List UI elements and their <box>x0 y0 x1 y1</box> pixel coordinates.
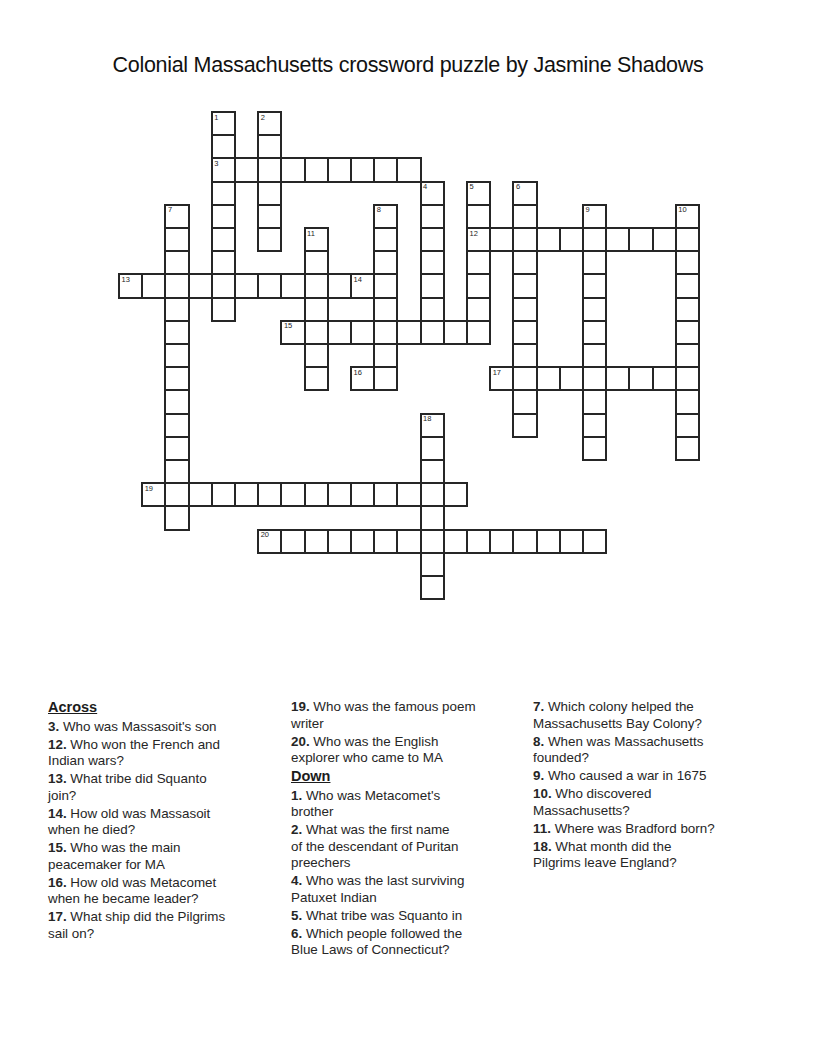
clue-number: 20. <box>291 734 310 749</box>
grid-cell[interactable] <box>675 413 700 438</box>
grid-cell[interactable] <box>536 529 561 554</box>
cell-number: 6 <box>516 183 520 191</box>
clue-d9: 9. Who caused a war in 1675 <box>533 768 771 785</box>
grid-cell[interactable] <box>211 181 236 206</box>
clue-d8: 8. When was Massachusetts founded? <box>533 734 771 767</box>
grid-cell[interactable] <box>211 227 236 252</box>
grid-cell[interactable] <box>512 366 537 391</box>
clue-text: Where was Bradford born? <box>555 821 715 836</box>
clue-a20: 20. Who was the English explorer who cam… <box>291 734 529 767</box>
clue-number: 1. <box>291 788 302 803</box>
grid-cell[interactable] <box>489 227 514 252</box>
grid-cell[interactable] <box>420 320 445 345</box>
grid-cell[interactable] <box>164 436 189 461</box>
grid-cell[interactable] <box>304 320 329 345</box>
clue-a16: 16. How old was Metacomet when he became… <box>48 875 286 908</box>
grid-cell[interactable] <box>280 157 305 182</box>
grid-cell[interactable] <box>443 529 468 554</box>
grid-cell[interactable] <box>141 273 166 298</box>
grid-cell[interactable] <box>512 413 537 438</box>
clue-text: Which colony helped the Massachusetts Ba… <box>533 699 702 731</box>
clue-number: 15. <box>48 840 67 855</box>
grid-cell[interactable] <box>512 343 537 368</box>
clue-number: 11. <box>533 821 551 836</box>
clue-text: When was Massachusetts founded? <box>533 734 703 766</box>
clue-number: 6. <box>291 926 302 941</box>
grid-cell[interactable] <box>396 320 421 345</box>
grid-cell[interactable] <box>327 529 352 554</box>
grid-cell[interactable] <box>211 482 236 507</box>
grid-cell[interactable] <box>582 297 607 322</box>
cell-number: 2 <box>261 114 265 122</box>
cell-number: 1 <box>214 114 218 122</box>
clue-number: 12. <box>48 737 67 752</box>
clue-d5: 5. What tribe was Squanto in <box>291 908 529 925</box>
grid-cell[interactable] <box>188 273 213 298</box>
grid-cell[interactable] <box>257 157 282 182</box>
grid-cell[interactable] <box>164 413 189 438</box>
grid-cell[interactable] <box>257 482 282 507</box>
grid-cell[interactable] <box>512 297 537 322</box>
cell-number: 5 <box>470 183 474 191</box>
grid-cell[interactable] <box>512 204 537 229</box>
clue-d10: 10. Who discovered Massachusetts? <box>533 786 771 819</box>
grid-cell[interactable] <box>512 320 537 345</box>
cell-number: 9 <box>586 206 590 214</box>
grid-cell[interactable] <box>489 529 514 554</box>
cell-number: 16 <box>354 369 362 377</box>
grid-cell[interactable] <box>466 273 491 298</box>
grid-cell[interactable] <box>257 273 282 298</box>
clue-text: Who was Metacomet's brother <box>291 788 440 820</box>
cell-number: 4 <box>423 183 427 191</box>
grid-cell[interactable] <box>652 227 677 252</box>
grid-cell[interactable] <box>582 413 607 438</box>
grid-cell[interactable] <box>420 204 445 229</box>
clue-text: Who was the main peacemaker for MA <box>48 840 181 872</box>
grid-cell[interactable] <box>466 250 491 275</box>
clue-d7: 7. Which colony helped the Massachusetts… <box>533 699 771 732</box>
grid-cell[interactable] <box>304 529 329 554</box>
worksheet-page: Colonial Massachusetts crossword puzzle … <box>0 0 816 1056</box>
clue-number: 14. <box>48 806 67 821</box>
across-header: Across <box>48 699 286 716</box>
grid-cell[interactable] <box>443 320 468 345</box>
grid-cell[interactable] <box>350 320 375 345</box>
grid-cell[interactable] <box>164 482 189 507</box>
grid-cell[interactable] <box>373 273 398 298</box>
grid-cell[interactable] <box>327 320 352 345</box>
grid-cell[interactable] <box>280 273 305 298</box>
grid-cell[interactable] <box>304 343 329 368</box>
grid-cell[interactable] <box>466 204 491 229</box>
cell-number: 18 <box>423 415 431 423</box>
grid-cell[interactable] <box>652 366 677 391</box>
cell-number: 11 <box>307 230 315 238</box>
clue-text: Who was the famous poem writer <box>291 699 476 731</box>
grid-cell[interactable] <box>466 297 491 322</box>
grid-cell[interactable] <box>327 482 352 507</box>
grid-cell[interactable] <box>280 529 305 554</box>
grid-cell[interactable] <box>373 343 398 368</box>
cell-number: 19 <box>145 485 153 493</box>
clues-column-right: 7. Which colony helped the Massachusetts… <box>533 699 771 873</box>
cell-number: 12 <box>470 230 478 238</box>
grid-cell[interactable] <box>373 366 398 391</box>
grid-cell[interactable] <box>188 482 213 507</box>
grid-cell[interactable] <box>257 134 282 159</box>
clue-a13: 13. What tribe did Squanto join? <box>48 771 286 804</box>
grid-cell[interactable] <box>536 366 561 391</box>
grid-cell[interactable] <box>420 273 445 298</box>
cell-number: 13 <box>122 276 130 284</box>
clue-number: 4. <box>291 873 302 888</box>
clue-number: 16. <box>48 875 67 890</box>
grid-cell[interactable] <box>164 273 189 298</box>
grid-cell[interactable] <box>304 157 329 182</box>
grid-cell[interactable] <box>164 320 189 345</box>
clue-text: Who was Massasoit's son <box>63 719 217 734</box>
grid-cell[interactable] <box>234 482 259 507</box>
grid-cell[interactable] <box>512 529 537 554</box>
grid-cell[interactable] <box>350 529 375 554</box>
clue-number: 9. <box>533 768 544 783</box>
grid-cell[interactable] <box>234 273 259 298</box>
grid-cell[interactable] <box>373 157 398 182</box>
grid-cell[interactable] <box>675 297 700 322</box>
grid-cell[interactable] <box>675 273 700 298</box>
clue-text: What ship did the Pilgrims sail on? <box>48 909 225 941</box>
clue-text: What tribe did Squanto join? <box>48 771 207 803</box>
grid-cell[interactable] <box>304 297 329 322</box>
clue-d18: 18. What month did the Pilgrims leave En… <box>533 839 771 872</box>
grid-cell[interactable] <box>675 320 700 345</box>
grid-cell[interactable] <box>211 204 236 229</box>
grid-cell[interactable] <box>164 343 189 368</box>
clue-a14: 14. How old was Massasoit when he died? <box>48 806 286 839</box>
grid-cell[interactable] <box>350 482 375 507</box>
grid-cell[interactable] <box>373 250 398 275</box>
grid-cell[interactable] <box>675 389 700 414</box>
grid-cell[interactable] <box>582 250 607 275</box>
grid-cell[interactable] <box>350 157 375 182</box>
clue-number: 7. <box>533 699 544 714</box>
grid-cell[interactable] <box>164 389 189 414</box>
grid-cell[interactable] <box>280 482 305 507</box>
grid-cell[interactable] <box>420 482 445 507</box>
grid-cell[interactable] <box>164 366 189 391</box>
grid-cell[interactable] <box>675 343 700 368</box>
grid-cell[interactable] <box>605 227 630 252</box>
clue-text: What month did the Pilgrims leave Englan… <box>533 839 677 871</box>
down-header: Down <box>291 768 529 785</box>
clue-text: What was the first name of the descendan… <box>291 822 459 870</box>
grid-cell[interactable] <box>559 529 584 554</box>
cell-number: 3 <box>214 160 218 168</box>
grid-cell[interactable] <box>373 529 398 554</box>
grid-cell[interactable] <box>164 459 189 484</box>
grid-cell[interactable] <box>582 343 607 368</box>
grid-cell[interactable] <box>466 320 491 345</box>
crossword-grid: 1234567891011121314151617181920 <box>118 111 702 603</box>
grid-cell[interactable] <box>211 134 236 159</box>
cell-number: 17 <box>493 369 501 377</box>
cell-number: 10 <box>678 206 686 214</box>
clue-number: 19. <box>291 699 310 714</box>
clue-text: Who was the English explorer who came to… <box>291 734 443 766</box>
clue-a15: 15. Who was the main peacemaker for MA <box>48 840 286 873</box>
grid-cell[interactable] <box>396 529 421 554</box>
grid-cell[interactable] <box>420 552 445 577</box>
grid-cell[interactable] <box>675 436 700 461</box>
grid-cell[interactable] <box>327 273 352 298</box>
grid-cell[interactable] <box>373 482 398 507</box>
cell-number: 8 <box>377 206 381 214</box>
clue-number: 3. <box>48 719 59 734</box>
grid-cell[interactable] <box>420 459 445 484</box>
clue-number: 18. <box>533 839 552 854</box>
grid-cell[interactable] <box>373 297 398 322</box>
clue-text: What tribe was Squanto in <box>306 908 462 923</box>
grid-cell[interactable] <box>605 366 630 391</box>
grid-cell[interactable] <box>582 366 607 391</box>
grid-cell[interactable] <box>512 250 537 275</box>
cell-number: 15 <box>284 322 292 330</box>
grid-cell[interactable] <box>373 320 398 345</box>
puzzle-title: Colonial Massachusetts crossword puzzle … <box>0 53 816 78</box>
grid-cell[interactable] <box>420 227 445 252</box>
clue-d1: 1. Who was Metacomet's brother <box>291 788 529 821</box>
grid-cell[interactable] <box>559 227 584 252</box>
grid-cell[interactable] <box>420 436 445 461</box>
clue-text: Who won the French and Indian wars? <box>48 737 220 769</box>
grid-cell[interactable] <box>628 366 653 391</box>
grid-cell[interactable] <box>164 250 189 275</box>
grid-cell[interactable] <box>164 227 189 252</box>
clue-a12: 12. Who won the French and Indian wars? <box>48 737 286 770</box>
grid-cell[interactable] <box>675 250 700 275</box>
clue-text: How old was Massasoit when he died? <box>48 806 210 838</box>
grid-cell[interactable] <box>420 505 445 530</box>
clues-column-left: Across3. Who was Massasoit's son12. Who … <box>48 699 286 944</box>
grid-cell[interactable] <box>211 250 236 275</box>
grid-cell[interactable] <box>559 366 584 391</box>
grid-cell[interactable] <box>234 157 259 182</box>
grid-cell[interactable] <box>512 227 537 252</box>
grid-cell[interactable] <box>675 366 700 391</box>
grid-cell[interactable] <box>304 482 329 507</box>
grid-cell[interactable] <box>512 389 537 414</box>
grid-cell[interactable] <box>675 227 700 252</box>
clue-number: 5. <box>291 908 302 923</box>
clue-a3: 3. Who was Massasoit's son <box>48 719 286 736</box>
grid-cell[interactable] <box>443 482 468 507</box>
grid-cell[interactable] <box>304 273 329 298</box>
clue-number: 10. <box>533 786 552 801</box>
grid-cell[interactable] <box>373 227 398 252</box>
grid-cell[interactable] <box>257 227 282 252</box>
clue-a17: 17. What ship did the Pilgrims sail on? <box>48 909 286 942</box>
clues-column-middle: 19. Who was the famous poem writer20. Wh… <box>291 699 529 960</box>
grid-cell[interactable] <box>582 320 607 345</box>
clue-text: How old was Metacomet when he became lea… <box>48 875 216 907</box>
cell-number: 20 <box>261 531 269 539</box>
grid-cell[interactable] <box>420 529 445 554</box>
grid-cell[interactable] <box>164 505 189 530</box>
grid-cell[interactable] <box>582 389 607 414</box>
clue-number: 17. <box>48 909 67 924</box>
clue-number: 8. <box>533 734 544 749</box>
grid-cell[interactable] <box>211 273 236 298</box>
grid-cell[interactable] <box>257 181 282 206</box>
grid-cell[interactable] <box>164 297 189 322</box>
clue-d4: 4. Who was the last surviving Patuxet In… <box>291 873 529 906</box>
grid-cell[interactable] <box>304 250 329 275</box>
grid-cell[interactable] <box>466 529 491 554</box>
grid-cell[interactable] <box>582 227 607 252</box>
grid-cell[interactable] <box>327 157 352 182</box>
grid-cell[interactable] <box>420 575 445 600</box>
grid-cell[interactable] <box>396 482 421 507</box>
grid-cell[interactable] <box>304 366 329 391</box>
grid-cell[interactable] <box>582 529 607 554</box>
grid-cell[interactable] <box>211 297 236 322</box>
clue-number: 2. <box>291 822 302 837</box>
clue-text: Which people followed the Blue Laws of C… <box>291 926 462 958</box>
clue-number: 13. <box>48 771 67 786</box>
clue-d11: 11. Where was Bradford born? <box>533 821 771 838</box>
grid-cell[interactable] <box>536 227 561 252</box>
grid-cell[interactable] <box>420 297 445 322</box>
clue-d2: 2. What was the first name of the descen… <box>291 822 529 872</box>
grid-cell[interactable] <box>628 227 653 252</box>
grid-cell[interactable] <box>582 273 607 298</box>
grid-cell[interactable] <box>420 250 445 275</box>
cell-number: 14 <box>354 276 362 284</box>
grid-cell[interactable] <box>512 273 537 298</box>
clue-text: Who caused a war in 1675 <box>548 768 707 783</box>
clue-text: Who was the last surviving Patuxet India… <box>291 873 464 905</box>
cell-number: 7 <box>168 206 172 214</box>
clue-a19: 19. Who was the famous poem writer <box>291 699 529 732</box>
grid-cell[interactable] <box>582 436 607 461</box>
grid-cell[interactable] <box>257 204 282 229</box>
clue-d6: 6. Which people followed the Blue Laws o… <box>291 926 529 959</box>
grid-cell[interactable] <box>396 157 421 182</box>
